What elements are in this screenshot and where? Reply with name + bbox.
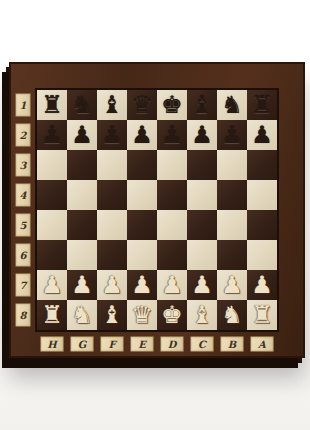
square-e5[interactable] — [127, 210, 157, 240]
square-a8[interactable]: ♜ — [247, 300, 277, 330]
square-g7[interactable]: ♟ — [67, 270, 97, 300]
square-a7[interactable]: ♟ — [247, 270, 277, 300]
squares-grid: ♜♞♝♛♚♝♞♜♟♟♟♟♟♟♟♟♟♟♟♟♟♟♟♟♜♞♝♛♚♝♞♜ — [35, 88, 279, 332]
square-d8[interactable]: ♚ — [157, 300, 187, 330]
white-knight: ♞ — [71, 300, 93, 330]
white-knight: ♞ — [221, 300, 243, 330]
rank-label-cell-7: 7 — [13, 270, 33, 300]
square-a2[interactable]: ♟ — [247, 120, 277, 150]
square-g1[interactable]: ♞ — [67, 90, 97, 120]
square-a4[interactable] — [247, 180, 277, 210]
rank-label-1: 1 — [15, 93, 31, 117]
square-a3[interactable] — [247, 150, 277, 180]
white-pawn: ♟ — [221, 270, 243, 300]
square-h8[interactable]: ♜ — [37, 300, 67, 330]
file-label-cell-d: D — [157, 334, 187, 354]
white-pawn: ♟ — [161, 270, 183, 300]
square-f4[interactable] — [97, 180, 127, 210]
file-label-cell-h: H — [37, 334, 67, 354]
rank-labels: 12345678 — [13, 90, 33, 330]
rank-label-cell-1: 1 — [13, 90, 33, 120]
black-pawn: ♟ — [251, 120, 273, 150]
square-c8[interactable]: ♝ — [187, 300, 217, 330]
square-h5[interactable] — [37, 210, 67, 240]
rank-label-cell-8: 8 — [13, 300, 33, 330]
black-king: ♚ — [161, 90, 183, 120]
rank-label-cell-2: 2 — [13, 120, 33, 150]
white-pawn: ♟ — [251, 270, 273, 300]
white-bishop: ♝ — [191, 300, 213, 330]
square-d3[interactable] — [157, 150, 187, 180]
rank-label-7: 7 — [15, 273, 31, 297]
file-label-c: C — [190, 336, 214, 352]
black-knight: ♞ — [221, 90, 243, 120]
file-label-f: F — [100, 336, 124, 352]
square-a1[interactable]: ♜ — [247, 90, 277, 120]
rank-label-cell-3: 3 — [13, 150, 33, 180]
square-g8[interactable]: ♞ — [67, 300, 97, 330]
square-c2[interactable]: ♟ — [187, 120, 217, 150]
black-queen: ♛ — [131, 90, 153, 120]
file-label-h: H — [40, 336, 64, 352]
square-g2[interactable]: ♟ — [67, 120, 97, 150]
file-label-b: B — [220, 336, 244, 352]
file-label-cell-e: E — [127, 334, 157, 354]
square-a5[interactable] — [247, 210, 277, 240]
square-b2[interactable]: ♟ — [217, 120, 247, 150]
white-king: ♚ — [161, 300, 183, 330]
square-g6[interactable] — [67, 240, 97, 270]
white-pawn: ♟ — [101, 270, 123, 300]
square-f3[interactable] — [97, 150, 127, 180]
square-b8[interactable]: ♞ — [217, 300, 247, 330]
square-h1[interactable]: ♜ — [37, 90, 67, 120]
black-rook: ♜ — [251, 90, 273, 120]
rank-label-6: 6 — [15, 243, 31, 267]
rank-label-5: 5 — [15, 213, 31, 237]
square-e6[interactable] — [127, 240, 157, 270]
black-bishop: ♝ — [101, 90, 123, 120]
rank-label-cell-6: 6 — [13, 240, 33, 270]
square-f6[interactable] — [97, 240, 127, 270]
square-d4[interactable] — [157, 180, 187, 210]
black-pawn: ♟ — [221, 120, 243, 150]
white-pawn: ♟ — [131, 270, 153, 300]
square-c4[interactable] — [187, 180, 217, 210]
black-pawn: ♟ — [41, 120, 63, 150]
square-h7[interactable]: ♟ — [37, 270, 67, 300]
file-label-cell-a: A — [247, 334, 277, 354]
square-b7[interactable]: ♟ — [217, 270, 247, 300]
white-queen: ♛ — [131, 300, 153, 330]
white-rook: ♜ — [41, 300, 63, 330]
square-f1[interactable]: ♝ — [97, 90, 127, 120]
file-label-a: A — [250, 336, 274, 352]
square-d1[interactable]: ♚ — [157, 90, 187, 120]
square-g4[interactable] — [67, 180, 97, 210]
square-e3[interactable] — [127, 150, 157, 180]
rank-label-3: 3 — [15, 153, 31, 177]
white-pawn: ♟ — [71, 270, 93, 300]
square-d6[interactable] — [157, 240, 187, 270]
square-b5[interactable] — [217, 210, 247, 240]
square-b4[interactable] — [217, 180, 247, 210]
black-bishop: ♝ — [191, 90, 213, 120]
file-label-cell-g: G — [67, 334, 97, 354]
file-label-cell-c: C — [187, 334, 217, 354]
square-e1[interactable]: ♛ — [127, 90, 157, 120]
square-h6[interactable] — [37, 240, 67, 270]
file-label-cell-b: B — [217, 334, 247, 354]
file-label-d: D — [160, 336, 184, 352]
square-f2[interactable]: ♟ — [97, 120, 127, 150]
square-c7[interactable]: ♟ — [187, 270, 217, 300]
square-f8[interactable]: ♝ — [97, 300, 127, 330]
square-h2[interactable]: ♟ — [37, 120, 67, 150]
black-pawn: ♟ — [191, 120, 213, 150]
square-f7[interactable]: ♟ — [97, 270, 127, 300]
square-c5[interactable] — [187, 210, 217, 240]
rank-label-4: 4 — [15, 183, 31, 207]
file-label-g: G — [70, 336, 94, 352]
square-a6[interactable] — [247, 240, 277, 270]
chess-board: 12345678 HGFEDCBA ♜♞♝♛♚♝♞♜♟♟♟♟♟♟♟♟♟♟♟♟♟♟… — [9, 62, 305, 358]
white-pawn: ♟ — [41, 270, 63, 300]
square-h4[interactable] — [37, 180, 67, 210]
rank-label-cell-4: 4 — [13, 180, 33, 210]
rank-label-8: 8 — [15, 303, 31, 327]
square-b6[interactable] — [217, 240, 247, 270]
white-rook: ♜ — [251, 300, 273, 330]
photo-background: 12345678 HGFEDCBA ♜♞♝♛♚♝♞♜♟♟♟♟♟♟♟♟♟♟♟♟♟♟… — [0, 0, 310, 430]
square-d2[interactable]: ♟ — [157, 120, 187, 150]
square-c3[interactable] — [187, 150, 217, 180]
square-c1[interactable]: ♝ — [187, 90, 217, 120]
file-label-cell-f: F — [97, 334, 127, 354]
square-d5[interactable] — [157, 210, 187, 240]
square-e7[interactable]: ♟ — [127, 270, 157, 300]
black-pawn: ♟ — [71, 120, 93, 150]
black-pawn: ♟ — [131, 120, 153, 150]
black-pawn: ♟ — [101, 120, 123, 150]
square-g5[interactable] — [67, 210, 97, 240]
square-e2[interactable]: ♟ — [127, 120, 157, 150]
file-labels: HGFEDCBA — [37, 334, 277, 354]
square-e4[interactable] — [127, 180, 157, 210]
square-e8[interactable]: ♛ — [127, 300, 157, 330]
white-pawn: ♟ — [191, 270, 213, 300]
rank-label-2: 2 — [15, 123, 31, 147]
file-label-e: E — [130, 336, 154, 352]
square-g3[interactable] — [67, 150, 97, 180]
square-c6[interactable] — [187, 240, 217, 270]
rank-label-cell-5: 5 — [13, 210, 33, 240]
square-f5[interactable] — [97, 210, 127, 240]
square-b3[interactable] — [217, 150, 247, 180]
black-rook: ♜ — [41, 90, 63, 120]
black-pawn: ♟ — [161, 120, 183, 150]
black-knight: ♞ — [71, 90, 93, 120]
square-d7[interactable]: ♟ — [157, 270, 187, 300]
square-h3[interactable] — [37, 150, 67, 180]
square-b1[interactable]: ♞ — [217, 90, 247, 120]
white-bishop: ♝ — [101, 300, 123, 330]
